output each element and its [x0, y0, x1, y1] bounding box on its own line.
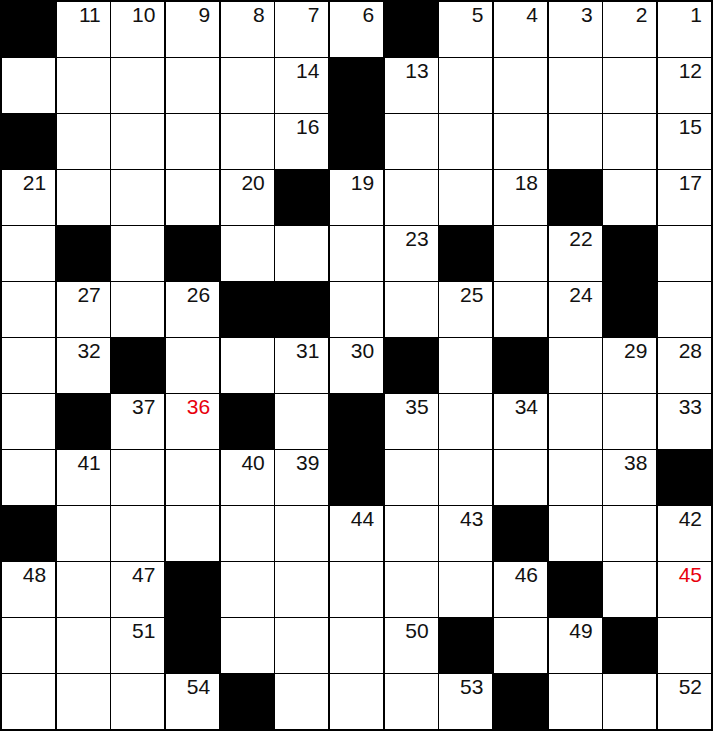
cell[interactable]: 51 — [111, 618, 164, 673]
cell[interactable]: 19 — [330, 170, 383, 225]
cell[interactable] — [385, 562, 438, 617]
cell[interactable] — [111, 170, 164, 225]
clue-number: 30 — [351, 340, 374, 362]
cell[interactable] — [57, 674, 110, 729]
cell[interactable]: 15 — [658, 114, 711, 169]
cell[interactable] — [111, 58, 164, 113]
cell[interactable]: 29 — [603, 338, 656, 393]
clue-number: 42 — [679, 508, 702, 530]
clue-number: 17 — [679, 172, 702, 194]
cell[interactable] — [549, 506, 602, 561]
cell[interactable]: 33 — [658, 394, 711, 449]
clue-number: 29 — [624, 340, 647, 362]
black-cell — [330, 114, 383, 169]
cell[interactable] — [57, 506, 110, 561]
black-cell — [385, 338, 438, 393]
clue-number: 10 — [132, 4, 155, 26]
black-cell — [221, 674, 274, 729]
clue-number: 20 — [241, 172, 264, 194]
cell[interactable]: 53 — [439, 674, 492, 729]
cell[interactable]: 28 — [658, 338, 711, 393]
clue-number: 3 — [581, 4, 593, 26]
cell[interactable]: 7 — [275, 2, 328, 57]
clue-number: 53 — [460, 676, 483, 698]
cell[interactable]: 13 — [385, 58, 438, 113]
clue-number: 19 — [351, 172, 374, 194]
black-cell — [330, 450, 383, 505]
cell[interactable] — [221, 562, 274, 617]
cell[interactable] — [603, 562, 656, 617]
clue-number: 2 — [636, 4, 648, 26]
cell[interactable] — [57, 114, 110, 169]
clue-number: 31 — [296, 340, 319, 362]
cell[interactable] — [494, 226, 547, 281]
black-cell — [494, 338, 547, 393]
cell[interactable]: 1 — [658, 2, 711, 57]
cell[interactable]: 10 — [111, 2, 164, 57]
cell[interactable] — [111, 506, 164, 561]
cell[interactable] — [658, 618, 711, 673]
black-cell — [494, 506, 547, 561]
cell[interactable] — [166, 506, 219, 561]
cell[interactable] — [275, 506, 328, 561]
crossword-board: 1110987654321141312161521201918172322272… — [0, 0, 713, 731]
clue-number: 47 — [132, 564, 155, 586]
clue-number: 1 — [690, 4, 702, 26]
clue-number: 44 — [351, 508, 374, 530]
clue-number: 43 — [460, 508, 483, 530]
crossword-grid: 1110987654321141312161521201918172322272… — [0, 0, 713, 731]
clue-number: 39 — [296, 452, 319, 474]
cell[interactable] — [439, 114, 492, 169]
cell[interactable]: 6 — [330, 2, 383, 57]
cell[interactable] — [111, 282, 164, 337]
cell[interactable] — [2, 618, 55, 673]
cell[interactable] — [494, 282, 547, 337]
cell[interactable]: 42 — [658, 506, 711, 561]
cell[interactable]: 25 — [439, 282, 492, 337]
cell[interactable] — [221, 338, 274, 393]
clue-number: 22 — [569, 228, 592, 250]
cell[interactable] — [2, 226, 55, 281]
cell[interactable] — [439, 170, 492, 225]
cell[interactable] — [166, 170, 219, 225]
cell[interactable]: 8 — [221, 2, 274, 57]
cell[interactable]: 14 — [275, 58, 328, 113]
cell[interactable] — [549, 114, 602, 169]
clue-number: 27 — [77, 284, 100, 306]
cell[interactable]: 23 — [385, 226, 438, 281]
cell[interactable] — [439, 58, 492, 113]
cell[interactable] — [221, 506, 274, 561]
cell[interactable] — [385, 450, 438, 505]
cell[interactable] — [658, 282, 711, 337]
clue-number: 54 — [187, 676, 210, 698]
black-cell — [57, 226, 110, 281]
black-cell — [2, 114, 55, 169]
cell[interactable] — [57, 562, 110, 617]
cell[interactable] — [57, 170, 110, 225]
black-cell — [2, 506, 55, 561]
clue-number: 21 — [23, 172, 46, 194]
cell[interactable] — [549, 58, 602, 113]
cell[interactable] — [111, 674, 164, 729]
cell[interactable]: 30 — [330, 338, 383, 393]
cell[interactable] — [603, 506, 656, 561]
clue-number: 14 — [296, 60, 319, 82]
clue-number: 28 — [679, 340, 702, 362]
cell[interactable] — [385, 170, 438, 225]
cell[interactable] — [2, 282, 55, 337]
black-cell — [221, 394, 274, 449]
cell[interactable] — [385, 506, 438, 561]
cell[interactable]: 47 — [111, 562, 164, 617]
cell[interactable]: 21 — [2, 170, 55, 225]
black-cell — [330, 58, 383, 113]
clue-number: 13 — [405, 60, 428, 82]
cell[interactable]: 5 — [439, 2, 492, 57]
cell[interactable]: 43 — [439, 506, 492, 561]
cell[interactable] — [221, 114, 274, 169]
cell[interactable]: 49 — [549, 618, 602, 673]
black-cell — [166, 226, 219, 281]
clue-number: 4 — [526, 4, 538, 26]
cell[interactable] — [385, 674, 438, 729]
cell[interactable]: 17 — [658, 170, 711, 225]
cell[interactable]: 35 — [385, 394, 438, 449]
cell[interactable]: 3 — [549, 2, 602, 57]
clue-number: 23 — [405, 228, 428, 250]
cell[interactable] — [166, 58, 219, 113]
cell[interactable]: 24 — [549, 282, 602, 337]
cell[interactable]: 12 — [658, 58, 711, 113]
cell[interactable]: 38 — [603, 450, 656, 505]
cell[interactable]: 16 — [275, 114, 328, 169]
cell[interactable] — [275, 226, 328, 281]
clue-number: 6 — [362, 4, 374, 26]
clue-number: 37 — [132, 396, 155, 418]
cell[interactable] — [494, 114, 547, 169]
cell[interactable] — [330, 618, 383, 673]
cell[interactable] — [549, 338, 602, 393]
cell[interactable] — [385, 282, 438, 337]
clue-number: 7 — [308, 4, 320, 26]
black-cell — [221, 282, 274, 337]
cell[interactable] — [166, 114, 219, 169]
cell[interactable]: 41 — [57, 450, 110, 505]
cell[interactable] — [385, 114, 438, 169]
clue-number: 46 — [515, 564, 538, 586]
clue-number: 38 — [624, 452, 647, 474]
cell[interactable]: 37 — [111, 394, 164, 449]
cell[interactable]: 36 — [166, 394, 219, 449]
clue-number: 48 — [23, 564, 46, 586]
clue-number: 8 — [253, 4, 265, 26]
cell[interactable] — [494, 618, 547, 673]
cell[interactable] — [549, 450, 602, 505]
cell[interactable]: 39 — [275, 450, 328, 505]
cell[interactable] — [2, 450, 55, 505]
cell[interactable]: 44 — [330, 506, 383, 561]
black-cell — [385, 2, 438, 57]
cell[interactable] — [2, 338, 55, 393]
cell[interactable]: 18 — [494, 170, 547, 225]
black-cell — [549, 562, 602, 617]
cell[interactable]: 45 — [658, 562, 711, 617]
clue-number: 12 — [679, 60, 702, 82]
cell[interactable] — [494, 58, 547, 113]
cell[interactable] — [439, 394, 492, 449]
black-cell — [439, 618, 492, 673]
cell[interactable] — [221, 226, 274, 281]
cell[interactable] — [658, 226, 711, 281]
black-cell — [275, 282, 328, 337]
cell[interactable] — [330, 562, 383, 617]
black-cell — [603, 618, 656, 673]
cell[interactable]: 2 — [603, 2, 656, 57]
cell[interactable] — [57, 618, 110, 673]
cell[interactable]: 27 — [57, 282, 110, 337]
clue-number: 18 — [515, 172, 538, 194]
clue-number: 15 — [679, 116, 702, 138]
black-cell — [2, 2, 55, 57]
black-cell — [603, 282, 656, 337]
cell[interactable]: 50 — [385, 618, 438, 673]
black-cell — [658, 450, 711, 505]
black-cell — [330, 394, 383, 449]
cell[interactable] — [439, 338, 492, 393]
cell[interactable]: 54 — [166, 674, 219, 729]
clue-number: 32 — [77, 340, 100, 362]
clue-number: 5 — [472, 4, 484, 26]
cell[interactable] — [2, 394, 55, 449]
cell[interactable] — [603, 58, 656, 113]
cell[interactable]: 26 — [166, 282, 219, 337]
cell[interactable]: 46 — [494, 562, 547, 617]
cell[interactable] — [603, 170, 656, 225]
cell[interactable]: 32 — [57, 338, 110, 393]
cell[interactable] — [439, 562, 492, 617]
black-cell — [111, 338, 164, 393]
cell[interactable] — [57, 58, 110, 113]
clue-number: 16 — [296, 116, 319, 138]
cell[interactable] — [275, 394, 328, 449]
cell[interactable]: 20 — [221, 170, 274, 225]
clue-number: 35 — [405, 396, 428, 418]
cell[interactable]: 40 — [221, 450, 274, 505]
clue-number: 26 — [187, 284, 210, 306]
cell[interactable] — [221, 58, 274, 113]
cell[interactable] — [330, 674, 383, 729]
cell[interactable] — [549, 674, 602, 729]
cell[interactable] — [111, 226, 164, 281]
black-cell — [166, 618, 219, 673]
cell[interactable] — [2, 58, 55, 113]
cell[interactable] — [603, 114, 656, 169]
clue-number: 11 — [79, 4, 101, 26]
clue-number: 51 — [132, 620, 155, 642]
cell[interactable]: 9 — [166, 2, 219, 57]
cell[interactable] — [549, 394, 602, 449]
cell[interactable]: 11 — [57, 2, 110, 57]
cell[interactable]: 34 — [494, 394, 547, 449]
clue-number: 40 — [241, 452, 264, 474]
cell[interactable]: 48 — [2, 562, 55, 617]
cell[interactable] — [166, 338, 219, 393]
cell[interactable]: 4 — [494, 2, 547, 57]
cell[interactable] — [330, 282, 383, 337]
cell[interactable] — [111, 450, 164, 505]
black-cell — [275, 170, 328, 225]
cell[interactable] — [603, 394, 656, 449]
cell[interactable] — [111, 114, 164, 169]
clue-number: 49 — [569, 620, 592, 642]
cell[interactable] — [221, 618, 274, 673]
cell[interactable] — [603, 674, 656, 729]
black-cell — [57, 394, 110, 449]
black-cell — [494, 674, 547, 729]
cell[interactable]: 52 — [658, 674, 711, 729]
clue-number: 24 — [569, 284, 592, 306]
black-cell — [549, 170, 602, 225]
clue-number: 45 — [679, 564, 702, 586]
black-cell — [603, 226, 656, 281]
black-cell — [166, 562, 219, 617]
clue-number: 33 — [679, 396, 702, 418]
cell[interactable] — [330, 226, 383, 281]
cell[interactable] — [494, 450, 547, 505]
clue-number: 34 — [515, 396, 538, 418]
cell[interactable] — [275, 618, 328, 673]
clue-number: 25 — [460, 284, 483, 306]
clue-number: 36 — [187, 396, 210, 418]
clue-number: 41 — [77, 452, 100, 474]
cell[interactable] — [2, 674, 55, 729]
clue-number: 50 — [405, 620, 428, 642]
cell[interactable] — [439, 450, 492, 505]
clue-number: 9 — [198, 4, 210, 26]
clue-number: 52 — [679, 676, 702, 698]
cell[interactable] — [275, 674, 328, 729]
black-cell — [439, 226, 492, 281]
cell[interactable] — [275, 562, 328, 617]
cell[interactable]: 31 — [275, 338, 328, 393]
cell[interactable]: 22 — [549, 226, 602, 281]
cell[interactable] — [166, 450, 219, 505]
